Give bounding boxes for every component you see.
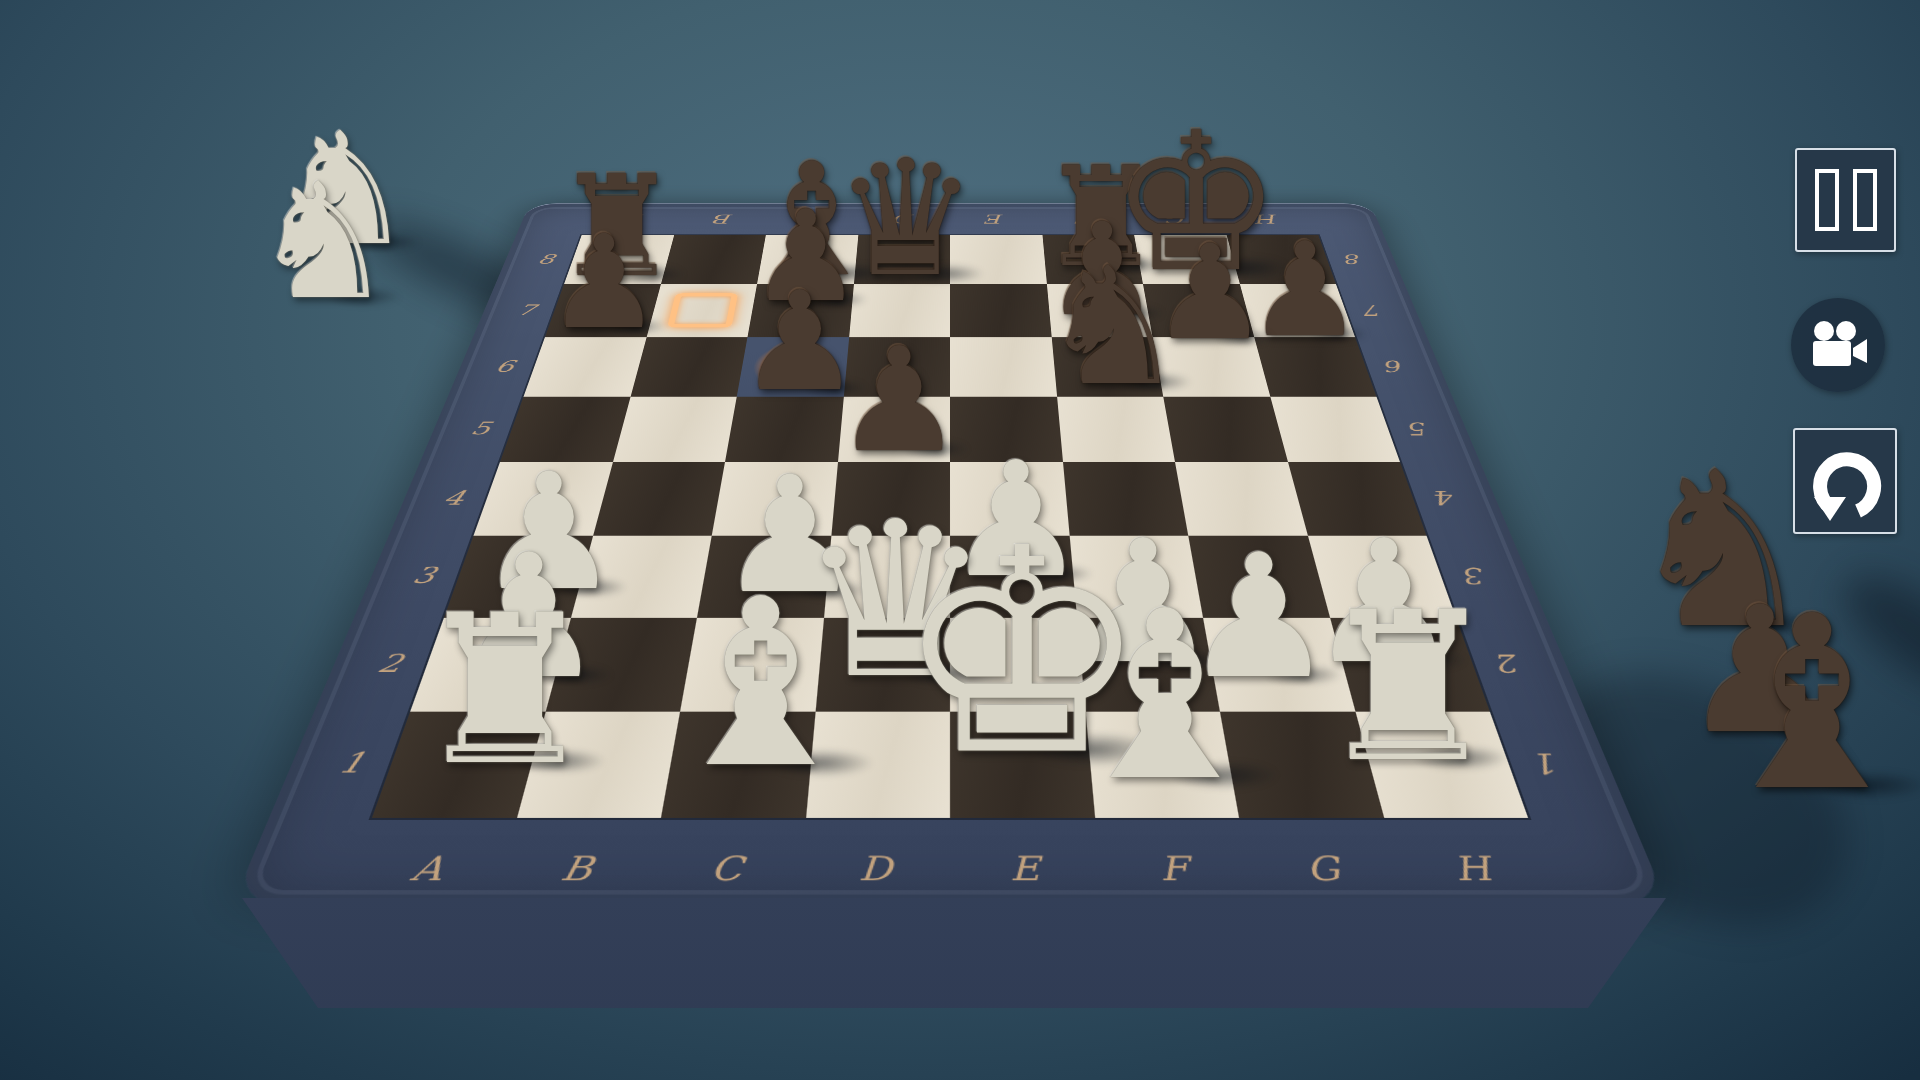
pause-icon bbox=[1815, 169, 1839, 231]
file-label-bottom-D: D bbox=[799, 845, 950, 893]
piece-white-rook-h1[interactable]: ♜ bbox=[1316, 585, 1501, 791]
captured-black-bishop[interactable]: ♝ bbox=[1704, 584, 1919, 824]
piece-white-rook-a1[interactable]: ♜ bbox=[413, 588, 598, 794]
video-camera-icon bbox=[1807, 320, 1869, 370]
pause-button[interactable] bbox=[1795, 148, 1896, 252]
chess-3d-app: 8877665544332211AABBCCDDEEFFGGHH ♜♝♛♜♚♟♟… bbox=[0, 0, 1920, 1080]
piece-white-bishop-c1[interactable]: ♝ bbox=[657, 569, 864, 800]
piece-black-knight-f6[interactable]: ♞ bbox=[1040, 245, 1186, 408]
file-label-bottom-F: F bbox=[1097, 845, 1253, 893]
camera-button[interactable] bbox=[1791, 298, 1885, 392]
captured-white-knight[interactable]: ♞ bbox=[251, 162, 394, 322]
file-label-bottom-C: C bbox=[648, 845, 804, 893]
file-label-bottom-G: G bbox=[1244, 845, 1404, 893]
file-label-bottom-B: B bbox=[496, 845, 656, 893]
file-label-bottom-A: A bbox=[345, 845, 509, 893]
piece-black-pawn-a7[interactable]: ♟ bbox=[546, 218, 662, 347]
file-label-bottom-H: H bbox=[1391, 845, 1555, 893]
file-label-bottom-E: E bbox=[950, 845, 1101, 893]
piece-white-bishop-f1[interactable]: ♝ bbox=[1061, 580, 1270, 813]
pause-icon bbox=[1853, 169, 1877, 231]
